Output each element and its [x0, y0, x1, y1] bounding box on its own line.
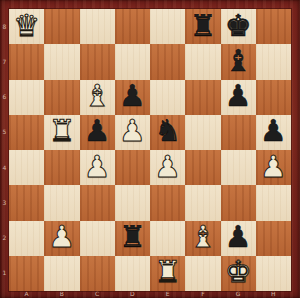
black-rook-f8[interactable]: ♜: [189, 11, 216, 41]
rank-label-2: 2: [0, 221, 9, 256]
file-label-d: D: [115, 290, 150, 298]
square-h8[interactable]: [256, 9, 291, 44]
square-a3[interactable]: [9, 185, 44, 220]
file-label-f: F: [185, 290, 220, 298]
square-e6[interactable]: [150, 80, 185, 115]
white-bishop-c6[interactable]: ♝: [84, 81, 111, 111]
square-g5[interactable]: [221, 115, 256, 150]
square-b8[interactable]: [44, 9, 79, 44]
square-c2[interactable]: [80, 221, 115, 256]
square-c5[interactable]: ♟: [80, 115, 115, 150]
black-pawn-d6[interactable]: ♟: [119, 81, 146, 111]
square-e3[interactable]: [150, 185, 185, 220]
square-a7[interactable]: [9, 44, 44, 79]
black-rook-d2[interactable]: ♜: [119, 222, 146, 252]
square-e2[interactable]: [150, 221, 185, 256]
square-d6[interactable]: ♟: [115, 80, 150, 115]
rank-label-4: 4: [0, 150, 9, 185]
rank-label-7: 7: [0, 44, 9, 79]
square-b4[interactable]: [44, 150, 79, 185]
square-h1[interactable]: [256, 256, 291, 291]
rank-label-3: 3: [0, 185, 9, 220]
white-king-g1[interactable]: ♚: [225, 257, 252, 287]
square-c4[interactable]: ♟: [80, 150, 115, 185]
black-pawn-h5[interactable]: ♟: [260, 116, 287, 146]
square-c8[interactable]: [80, 9, 115, 44]
white-pawn-h4[interactable]: ♟: [260, 152, 287, 182]
white-rook-b5[interactable]: ♜: [48, 116, 75, 146]
square-c6[interactable]: ♝: [80, 80, 115, 115]
square-e5[interactable]: ♞: [150, 115, 185, 150]
rank-label-1: 1: [0, 256, 9, 291]
board-grid: ♛♜♚♝♝♟♟♜♟♟♞♟♟♟♟♟♜♝♟♜♚: [9, 9, 291, 291]
white-pawn-b2[interactable]: ♟: [48, 222, 75, 252]
black-knight-e5[interactable]: ♞: [154, 116, 181, 146]
square-d5[interactable]: ♟: [115, 115, 150, 150]
square-d1[interactable]: [115, 256, 150, 291]
square-b6[interactable]: [44, 80, 79, 115]
square-f3[interactable]: [185, 185, 220, 220]
square-g8[interactable]: ♚: [221, 9, 256, 44]
square-d3[interactable]: [115, 185, 150, 220]
square-e8[interactable]: [150, 9, 185, 44]
square-a2[interactable]: [9, 221, 44, 256]
square-f1[interactable]: [185, 256, 220, 291]
file-label-c: C: [80, 290, 115, 298]
square-d8[interactable]: [115, 9, 150, 44]
square-b2[interactable]: ♟: [44, 221, 79, 256]
file-label-e: E: [150, 290, 185, 298]
square-f8[interactable]: ♜: [185, 9, 220, 44]
square-h4[interactable]: ♟: [256, 150, 291, 185]
square-a4[interactable]: [9, 150, 44, 185]
square-f5[interactable]: [185, 115, 220, 150]
square-g7[interactable]: ♝: [221, 44, 256, 79]
black-pawn-c5[interactable]: ♟: [84, 116, 111, 146]
square-h2[interactable]: [256, 221, 291, 256]
square-e7[interactable]: [150, 44, 185, 79]
white-queen-a8[interactable]: ♛: [13, 11, 40, 41]
square-d7[interactable]: [115, 44, 150, 79]
square-h5[interactable]: ♟: [256, 115, 291, 150]
rank-label-5: 5: [0, 115, 9, 150]
square-g3[interactable]: [221, 185, 256, 220]
file-label-g: G: [221, 290, 256, 298]
white-pawn-c4[interactable]: ♟: [84, 152, 111, 182]
square-d4[interactable]: [115, 150, 150, 185]
square-a8[interactable]: ♛: [9, 9, 44, 44]
white-pawn-e4[interactable]: ♟: [154, 152, 181, 182]
square-f7[interactable]: [185, 44, 220, 79]
square-e1[interactable]: ♜: [150, 256, 185, 291]
chess-board: 87654321 ABCDEFGH ♛♜♚♝♝♟♟♜♟♟♞♟♟♟♟♟♜♝♟♜♚: [0, 0, 300, 298]
square-f6[interactable]: [185, 80, 220, 115]
rank-label-8: 8: [0, 9, 9, 44]
file-label-a: A: [9, 290, 44, 298]
square-h3[interactable]: [256, 185, 291, 220]
black-pawn-g6[interactable]: ♟: [225, 81, 252, 111]
square-b7[interactable]: [44, 44, 79, 79]
square-g1[interactable]: ♚: [221, 256, 256, 291]
white-pawn-d5[interactable]: ♟: [119, 116, 146, 146]
black-pawn-g2[interactable]: ♟: [225, 222, 252, 252]
square-g6[interactable]: ♟: [221, 80, 256, 115]
square-c3[interactable]: [80, 185, 115, 220]
square-g4[interactable]: [221, 150, 256, 185]
square-h6[interactable]: [256, 80, 291, 115]
black-king-g8[interactable]: ♚: [225, 11, 252, 41]
file-label-h: H: [256, 290, 291, 298]
rank-labels: 87654321: [0, 9, 9, 291]
file-label-b: B: [44, 290, 79, 298]
white-bishop-f2[interactable]: ♝: [189, 222, 216, 252]
square-c7[interactable]: [80, 44, 115, 79]
file-labels: ABCDEFGH: [9, 290, 291, 298]
black-bishop-g7[interactable]: ♝: [225, 46, 252, 76]
square-b5[interactable]: ♜: [44, 115, 79, 150]
square-a1[interactable]: [9, 256, 44, 291]
square-g2[interactable]: ♟: [221, 221, 256, 256]
square-d2[interactable]: ♜: [115, 221, 150, 256]
square-b1[interactable]: [44, 256, 79, 291]
square-c1[interactable]: [80, 256, 115, 291]
square-h7[interactable]: [256, 44, 291, 79]
square-b3[interactable]: [44, 185, 79, 220]
white-rook-e1[interactable]: ♜: [154, 257, 181, 287]
rank-label-6: 6: [0, 80, 9, 115]
square-f4[interactable]: [185, 150, 220, 185]
square-a5[interactable]: [9, 115, 44, 150]
square-e4[interactable]: ♟: [150, 150, 185, 185]
square-a6[interactable]: [9, 80, 44, 115]
square-f2[interactable]: ♝: [185, 221, 220, 256]
